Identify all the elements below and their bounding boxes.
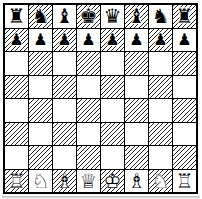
black-pawn: ♟ <box>173 29 196 52</box>
black-knight-glyph: ♞ <box>32 6 50 26</box>
square-h5[interactable] <box>173 76 196 99</box>
white-knight-glyph: ♘ <box>32 170 50 190</box>
square-b4[interactable] <box>29 99 52 122</box>
square-c7[interactable]: ♟ <box>53 29 76 52</box>
black-rook-glyph: ♜ <box>8 6 26 26</box>
square-c5[interactable] <box>53 76 76 99</box>
black-pawn: ♟ <box>125 29 148 52</box>
square-g2[interactable] <box>149 146 172 169</box>
square-a4[interactable] <box>5 99 28 122</box>
black-pawn-glyph: ♟ <box>9 31 23 47</box>
square-b3[interactable] <box>29 123 52 146</box>
square-h3[interactable] <box>173 123 196 146</box>
black-rook: ♜ <box>173 5 196 28</box>
white-bishop-glyph: ♗ <box>56 170 74 190</box>
square-c3[interactable] <box>53 123 76 146</box>
square-d3[interactable] <box>77 123 100 146</box>
scan-shadow <box>2 196 200 199</box>
square-c1[interactable]: ♝♗ <box>53 170 76 193</box>
square-g8[interactable]: ♞ <box>149 5 172 28</box>
white-knight: ♞♘ <box>29 170 52 193</box>
square-f5[interactable] <box>125 76 148 99</box>
square-b7[interactable]: ♟ <box>29 29 52 52</box>
black-bishop-glyph: ♝ <box>56 6 74 26</box>
square-f4[interactable] <box>125 99 148 122</box>
square-h2[interactable] <box>173 146 196 169</box>
white-bishop-glyph: ♗ <box>128 170 146 190</box>
black-king: ♚ <box>77 5 100 28</box>
white-bishop: ♝♗ <box>125 170 148 193</box>
black-pawn: ♟ <box>149 29 172 52</box>
square-d8[interactable]: ♚ <box>77 5 100 28</box>
black-knight: ♞ <box>149 5 172 28</box>
square-d5[interactable] <box>77 76 100 99</box>
white-rook-glyph: ♖ <box>8 170 26 190</box>
black-knight-glyph: ♞ <box>152 6 170 26</box>
square-g5[interactable] <box>149 76 172 99</box>
square-c2[interactable] <box>53 146 76 169</box>
square-e5[interactable] <box>101 76 124 99</box>
square-f7[interactable]: ♟ <box>125 29 148 52</box>
square-d7[interactable]: ♟ <box>77 29 100 52</box>
square-h7[interactable]: ♟ <box>173 29 196 52</box>
white-king: ♚♔ <box>101 170 124 193</box>
black-pawn-glyph: ♟ <box>57 31 71 47</box>
black-pawn: ♟ <box>101 29 124 52</box>
black-pawn-glyph: ♟ <box>177 31 191 47</box>
square-c8[interactable]: ♝ <box>53 5 76 28</box>
square-e1[interactable]: ♚♔ <box>101 170 124 193</box>
black-queen-glyph: ♛ <box>104 6 122 26</box>
square-d2[interactable] <box>77 146 100 169</box>
square-d4[interactable] <box>77 99 100 122</box>
square-h4[interactable] <box>173 99 196 122</box>
square-a2[interactable] <box>5 146 28 169</box>
board-border: ♜♞♝♚♛♝♞♜♟♟♟♟♟♟♟♟♜♖♞♘♝♗♛♕♚♔♝♗♞♘♜♖ <box>3 3 198 194</box>
black-pawn: ♟ <box>53 29 76 52</box>
black-pawn-glyph: ♟ <box>129 31 143 47</box>
square-a5[interactable] <box>5 76 28 99</box>
square-a6[interactable] <box>5 52 28 75</box>
square-e2[interactable] <box>101 146 124 169</box>
square-e4[interactable] <box>101 99 124 122</box>
square-e7[interactable]: ♟ <box>101 29 124 52</box>
black-pawn: ♟ <box>29 29 52 52</box>
white-knight-glyph: ♘ <box>152 170 170 190</box>
black-queen: ♛ <box>101 5 124 28</box>
white-queen: ♛♕ <box>77 170 100 193</box>
white-rook: ♜♖ <box>173 170 196 193</box>
square-d6[interactable] <box>77 52 100 75</box>
black-bishop: ♝ <box>53 5 76 28</box>
square-a3[interactable] <box>5 123 28 146</box>
square-e6[interactable] <box>101 52 124 75</box>
square-a1[interactable]: ♜♖ <box>5 170 28 193</box>
square-h6[interactable] <box>173 52 196 75</box>
black-pawn-glyph: ♟ <box>153 31 167 47</box>
square-d1[interactable]: ♛♕ <box>77 170 100 193</box>
white-queen-glyph: ♕ <box>80 170 98 190</box>
square-c4[interactable] <box>53 99 76 122</box>
black-pawn: ♟ <box>5 29 28 52</box>
square-b1[interactable]: ♞♘ <box>29 170 52 193</box>
square-f1[interactable]: ♝♗ <box>125 170 148 193</box>
black-rook-glyph: ♜ <box>176 6 194 26</box>
square-g6[interactable] <box>149 52 172 75</box>
square-g4[interactable] <box>149 99 172 122</box>
square-h1[interactable]: ♜♖ <box>173 170 196 193</box>
white-knight: ♞♘ <box>149 170 172 193</box>
black-pawn-glyph: ♟ <box>105 31 119 47</box>
square-b6[interactable] <box>29 52 52 75</box>
black-pawn-glyph: ♟ <box>33 31 47 47</box>
white-rook: ♜♖ <box>5 170 28 193</box>
black-knight: ♞ <box>29 5 52 28</box>
square-h8[interactable]: ♜ <box>173 5 196 28</box>
chess-diagram: ♜♞♝♚♛♝♞♜♟♟♟♟♟♟♟♟♜♖♞♘♝♗♛♕♚♔♝♗♞♘♜♖ <box>0 0 202 199</box>
square-b5[interactable] <box>29 76 52 99</box>
square-b2[interactable] <box>29 146 52 169</box>
white-rook-glyph: ♖ <box>176 170 194 190</box>
chess-board: ♜♞♝♚♛♝♞♜♟♟♟♟♟♟♟♟♜♖♞♘♝♗♛♕♚♔♝♗♞♘♜♖ <box>5 5 196 192</box>
square-a8[interactable]: ♜ <box>5 5 28 28</box>
black-rook: ♜ <box>5 5 28 28</box>
black-pawn: ♟ <box>77 29 100 52</box>
black-bishop-glyph: ♝ <box>128 6 146 26</box>
square-f6[interactable] <box>125 52 148 75</box>
black-pawn-glyph: ♟ <box>81 31 95 47</box>
square-e8[interactable]: ♛ <box>101 5 124 28</box>
square-g1[interactable]: ♞♘ <box>149 170 172 193</box>
square-f3[interactable] <box>125 123 148 146</box>
square-g7[interactable]: ♟ <box>149 29 172 52</box>
square-a7[interactable]: ♟ <box>5 29 28 52</box>
square-c6[interactable] <box>53 52 76 75</box>
white-bishop: ♝♗ <box>53 170 76 193</box>
square-f2[interactable] <box>125 146 148 169</box>
black-bishop: ♝ <box>125 5 148 28</box>
black-king-glyph: ♚ <box>80 6 98 26</box>
square-f8[interactable]: ♝ <box>125 5 148 28</box>
square-g3[interactable] <box>149 123 172 146</box>
square-e3[interactable] <box>101 123 124 146</box>
square-b8[interactable]: ♞ <box>29 5 52 28</box>
white-king-glyph: ♔ <box>104 170 122 190</box>
